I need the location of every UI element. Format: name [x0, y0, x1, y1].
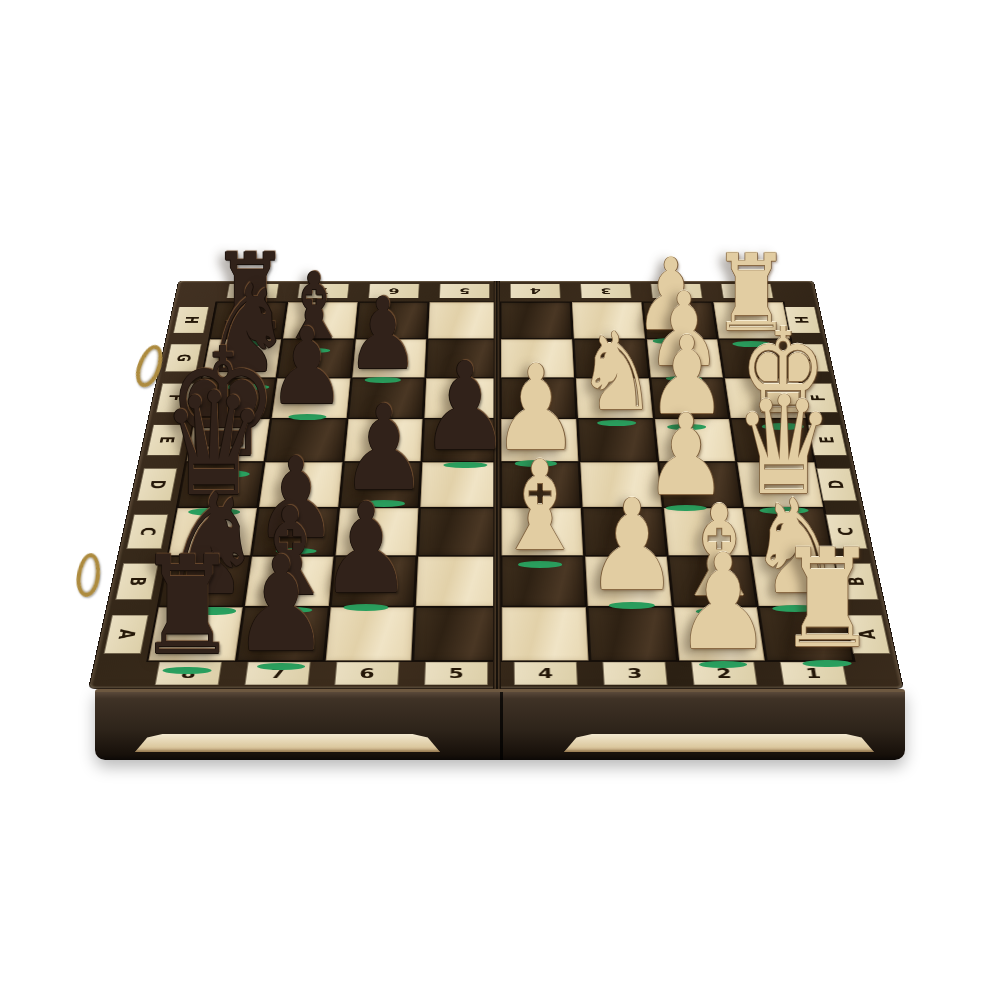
finger-notch-right [564, 734, 874, 752]
side-fold-seam-icon [500, 692, 503, 760]
rook-glyph-icon: ♜ [777, 531, 877, 667]
pawn-glyph-icon: ♟ [347, 284, 420, 383]
square-h5[interactable] [428, 302, 499, 338]
finger-notch-left [135, 734, 440, 752]
rank-label-near-5: 5 [424, 662, 488, 685]
rank-label-far-3: 3 [580, 284, 631, 299]
brass-clasp-lower-icon [74, 552, 103, 599]
pawn-glyph-icon: ♟ [674, 536, 771, 668]
rank-label-near-3: 3 [602, 662, 667, 685]
white-rook-a1[interactable]: ♜ [766, 531, 888, 667]
bishop-glyph-icon: ♝ [494, 444, 585, 568]
square-h4[interactable] [501, 302, 572, 338]
rank-label-far-5: 5 [439, 284, 490, 299]
black-rook-a8[interactable]: ♜ [126, 538, 248, 674]
rank-label-near-4: 4 [514, 662, 578, 685]
square-a4[interactable] [502, 607, 589, 660]
rank-label-near-6: 6 [334, 662, 399, 685]
rook-glyph-icon: ♜ [137, 538, 237, 674]
board-side-edge [95, 689, 905, 760]
white-pawn-a2[interactable]: ♟ [664, 536, 782, 668]
rank-label-far-4: 4 [510, 284, 561, 299]
square-a5[interactable] [414, 607, 500, 660]
chess-set-photo: HGFEDCBAHGFEDCBA8765432187654321 ♜♞♝♟♟♚♛… [0, 0, 1000, 1000]
